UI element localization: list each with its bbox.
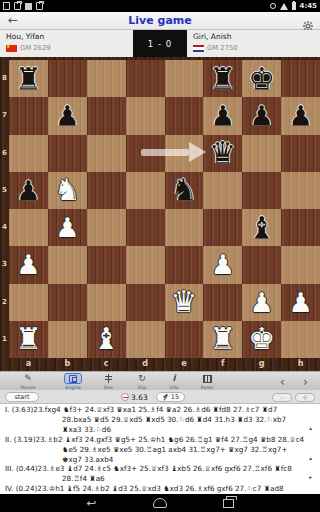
black-pawn-h7: ♟: [288, 102, 312, 129]
square-f3[interactable]: ♟: [203, 246, 242, 283]
square-h8[interactable]: [281, 60, 320, 97]
square-a7[interactable]: [9, 97, 48, 134]
android-home-icon[interactable]: [153, 498, 167, 508]
white-bishop-c1: ♝: [93, 324, 120, 354]
square-e7[interactable]: [165, 97, 204, 134]
file-label-e: e: [165, 358, 204, 371]
white-player-name: Hou, Yifan: [6, 32, 51, 41]
prev-move-button[interactable]: ‹: [280, 372, 285, 391]
square-h6[interactable]: [281, 135, 320, 172]
file-label-g: g: [242, 358, 281, 371]
line-eval: (0.24): [16, 484, 38, 493]
battery-icon: [292, 2, 296, 10]
board-squares: ♜♜♚♟♟♟♟♛♟♞♞♟♝♟♟♛♟♟♜♝♜♚: [9, 60, 320, 358]
line-moves: 23.♗e3 ♝d7 24.♗c5 ♞xf3+ 25.♕xf3 ♝xb5 26.…: [38, 464, 292, 483]
square-a8[interactable]: ♜: [9, 60, 48, 97]
black-bishop-g4: ♝: [248, 213, 275, 243]
square-g8[interactable]: ♚: [242, 60, 281, 97]
black-queen-f6: ♛: [209, 138, 236, 168]
square-b5[interactable]: ♞: [48, 172, 87, 209]
depth-hammer-icon: [162, 394, 169, 401]
depth-value: 15: [171, 393, 179, 401]
square-h5[interactable]: [281, 172, 320, 209]
square-b6[interactable]: [48, 135, 87, 172]
square-d8[interactable]: [126, 60, 165, 97]
players-bar: Hou, Yifan GM 2629 1 - 0 Giri, Anish GM …: [0, 30, 320, 57]
line-numeral: III.: [5, 464, 14, 473]
white-king-g1: ♚: [248, 324, 275, 354]
square-f5[interactable]: [203, 172, 242, 209]
info-icon: i: [158, 373, 190, 384]
square-a5[interactable]: ♟: [9, 172, 48, 209]
square-b4[interactable]: ♟: [48, 209, 87, 246]
flip-icon: ↻: [126, 373, 158, 384]
white-player: Hou, Yifan GM 2629: [6, 32, 51, 52]
back-arrow-icon[interactable]: ←: [8, 13, 18, 27]
white-rook-f1: ♜: [209, 324, 236, 354]
square-c6[interactable]: [87, 135, 126, 172]
toolbar-tree-button[interactable]: Tree: [92, 373, 124, 390]
white-pawn-g2: ♟: [250, 289, 274, 316]
square-b3[interactable]: [48, 246, 87, 283]
rank-label-8: 8: [0, 74, 9, 82]
screenshot-notification-icon: [14, 2, 21, 10]
black-pawn-b7: ♟: [55, 102, 79, 129]
android-nav-bar: ↩: [0, 494, 320, 512]
square-d3[interactable]: [126, 246, 165, 283]
square-e2[interactable]: ♛: [165, 284, 204, 321]
clock-time: 4:45: [300, 2, 317, 10]
last-move-arrow: [141, 142, 206, 162]
tree-icon: [92, 373, 124, 384]
toolbar-tree-label: Tree: [92, 385, 124, 390]
next-move-button[interactable]: ›: [303, 372, 308, 391]
square-g5[interactable]: [242, 172, 281, 209]
toolbar-panel-label: Panel: [191, 385, 223, 390]
rank-label-5: 5: [0, 186, 9, 194]
square-c4[interactable]: [87, 209, 126, 246]
game-result-badge: 1 - 0: [133, 30, 187, 57]
app-bar: ← Live game: [0, 12, 320, 30]
square-b8[interactable]: [48, 60, 87, 97]
engine-depth-badge: 15: [156, 392, 185, 402]
square-g1[interactable]: ♚: [242, 321, 281, 358]
white-player-rating: GM 2629: [20, 44, 51, 52]
square-h7[interactable]: ♟: [281, 97, 320, 134]
toolbar-engine-button[interactable]: Engine: [57, 373, 89, 390]
black-player-rating: GM 2750: [207, 44, 238, 52]
square-h4[interactable]: [281, 209, 320, 246]
engine-line-2[interactable]: II. (3.19)23.♗b2 ♝xf3 24.gxf3 ♛g5+ 25.♔h…: [3, 435, 317, 465]
white-pawn-a3: ♟: [16, 251, 40, 278]
file-label-d: d: [126, 358, 165, 371]
square-f8[interactable]: ♜: [203, 60, 242, 97]
line-numeral: IV.: [5, 484, 13, 493]
engine-chip-icon: [64, 373, 82, 384]
phone-notification-icon: [3, 2, 10, 10]
square-g4[interactable]: ♝: [242, 209, 281, 246]
status-bar: 4:45: [0, 0, 320, 12]
file-label-c: c: [87, 358, 126, 371]
square-f1[interactable]: ♜: [203, 321, 242, 358]
toolbar-panel-button[interactable]: Panel: [191, 373, 223, 390]
square-d1[interactable]: [126, 321, 165, 358]
line-eval: (3.63): [12, 405, 34, 414]
black-rook-a8: ♜: [15, 64, 42, 94]
square-e4[interactable]: [165, 209, 204, 246]
square-a2[interactable]: [9, 284, 48, 321]
toolbar: ✎ Moves Engine Tree ↻ Flip i Info Panel …: [0, 371, 320, 390]
toolbar-engine-label: Engine: [57, 385, 89, 390]
black-knight-e5: ♞: [170, 175, 197, 205]
white-pawn-f3: ♟: [211, 251, 235, 278]
toolbar-info-button[interactable]: i Info: [158, 373, 190, 390]
rank-label-3: 3: [0, 260, 9, 268]
rank-label-7: 7: [0, 111, 9, 119]
black-pawn-f7: ♟: [211, 102, 235, 129]
square-b1[interactable]: [48, 321, 87, 358]
app-screen: 4:45 ← Live game Hou, Yifan GM 2629 1 - …: [0, 0, 320, 512]
expand-triangle-icon[interactable]: ▸: [309, 473, 312, 483]
white-knight-b5: ♞: [54, 175, 81, 205]
black-pawn-a5: ♟: [16, 177, 40, 204]
file-label-b: b: [48, 358, 87, 371]
square-c5[interactable]: [87, 172, 126, 209]
toolbar-moves-button[interactable]: ✎ Moves: [12, 373, 44, 390]
square-f4[interactable]: [203, 209, 242, 246]
gallery-notification-icon: [36, 2, 43, 10]
square-e8[interactable]: [165, 60, 204, 97]
square-a4[interactable]: [9, 209, 48, 246]
evaluation-scale-icon: [121, 393, 129, 401]
square-e3[interactable]: [165, 246, 204, 283]
square-d5[interactable]: [126, 172, 165, 209]
square-h2[interactable]: ♟: [281, 284, 320, 321]
file-label-a: a: [9, 358, 48, 371]
android-back-icon[interactable]: ↩: [86, 498, 96, 509]
toolbar-flip-button[interactable]: ↻ Flip: [126, 373, 158, 390]
square-f7[interactable]: ♟: [203, 97, 242, 134]
engine-status-row: start 3.63 15 – +: [0, 390, 320, 404]
square-c7[interactable]: [87, 97, 126, 134]
engine-line-1[interactable]: I. (3.63)23.fxg4 ♞f3+ 24.♕xf3 ♛xa1 25.♗f…: [3, 405, 317, 435]
black-king-g8: ♚: [248, 64, 275, 94]
line-moves: 23.♗b2 ♝xf3 24.gxf3 ♛g5+ 25.♔h1 ♞g6 26.♖…: [35, 435, 304, 464]
white-rook-a1: ♜: [15, 324, 42, 354]
square-c2[interactable]: [87, 284, 126, 321]
increase-lines-button[interactable]: +: [295, 393, 315, 402]
line-numeral: II.: [5, 435, 12, 444]
page-title: Live game: [0, 14, 320, 27]
square-c3[interactable]: [87, 246, 126, 283]
square-g2[interactable]: ♟: [242, 284, 281, 321]
square-c8[interactable]: [87, 60, 126, 97]
data-status-icon: [270, 3, 276, 9]
rank-label-2: 2: [0, 298, 9, 306]
rank-label-6: 6: [0, 149, 9, 157]
white-pawn-b4: ♟: [55, 214, 79, 241]
toolbar-moves-label: Moves: [12, 385, 44, 390]
black-pawn-g7: ♟: [250, 102, 274, 129]
file-label-h: h: [281, 358, 320, 371]
white-pawn-h2: ♟: [288, 289, 312, 316]
black-player-name: Giri, Anish: [193, 32, 238, 41]
square-notification-icon: [25, 3, 32, 10]
android-recents-icon[interactable]: [223, 499, 234, 508]
black-rook-f8: ♜: [209, 64, 236, 94]
square-g6[interactable]: [242, 135, 281, 172]
square-a6[interactable]: [9, 135, 48, 172]
line-eval: (0.44): [16, 464, 38, 473]
square-f6[interactable]: ♛: [203, 135, 242, 172]
square-f2[interactable]: [203, 284, 242, 321]
notification-icons: [3, 2, 43, 10]
square-h3[interactable]: [281, 246, 320, 283]
square-b2[interactable]: [48, 284, 87, 321]
file-label-f: f: [203, 358, 242, 371]
line-eval: (3.19): [14, 435, 36, 444]
evaluation-score: 3.63: [131, 393, 148, 402]
white-queen-e2: ♛: [170, 287, 197, 317]
start-button[interactable]: start: [5, 392, 39, 402]
square-d2[interactable]: [126, 284, 165, 321]
collapse-triangle-icon[interactable]: ▴: [309, 424, 312, 434]
rank-label-1: 1: [0, 335, 9, 343]
china-flag-icon: [6, 45, 17, 52]
chess-board: 87654321 ♜♜♚♟♟♟♟♛♟♞♞♟♝♟♟♛♟♟♜♝♜♚ abcdefgh: [0, 57, 320, 371]
wifi-icon: [280, 3, 288, 10]
square-g7[interactable]: ♟: [242, 97, 281, 134]
square-a3[interactable]: ♟: [9, 246, 48, 283]
engine-analysis-panel: I. (3.63)23.fxg4 ♞f3+ 24.♕xf3 ♛xa1 25.♗f…: [0, 404, 320, 504]
black-player: Giri, Anish GM 2750: [193, 32, 238, 52]
collapse-triangle-icon[interactable]: ▴: [309, 454, 312, 464]
square-d7[interactable]: [126, 97, 165, 134]
line-moves: 23.fxg4 ♞f3+ 24.♕xf3 ♛xa1 25.♗f4 ♛a2 26.…: [33, 405, 286, 434]
pencil-icon: ✎: [12, 373, 44, 384]
netherlands-flag-icon: [193, 45, 204, 52]
square-c1[interactable]: ♝: [87, 321, 126, 358]
square-b7[interactable]: ♟: [48, 97, 87, 134]
square-e1[interactable]: [165, 321, 204, 358]
square-h1[interactable]: [281, 321, 320, 358]
engine-line-3[interactable]: III. (0.44)23.♗e3 ♝d7 24.♗c5 ♞xf3+ 25.♕x…: [3, 464, 317, 484]
square-e5[interactable]: ♞: [165, 172, 204, 209]
square-g3[interactable]: [242, 246, 281, 283]
toolbar-info-label: Info: [158, 385, 190, 390]
decrease-lines-button[interactable]: –: [272, 393, 292, 402]
file-coordinates: abcdefgh: [9, 358, 320, 371]
square-a1[interactable]: ♜: [9, 321, 48, 358]
rank-label-4: 4: [0, 223, 9, 231]
panel-icon: [191, 373, 223, 384]
line-numeral: I.: [5, 405, 9, 414]
square-d4[interactable]: [126, 209, 165, 246]
toolbar-flip-label: Flip: [126, 385, 158, 390]
rank-coordinates: 87654321: [0, 60, 9, 358]
